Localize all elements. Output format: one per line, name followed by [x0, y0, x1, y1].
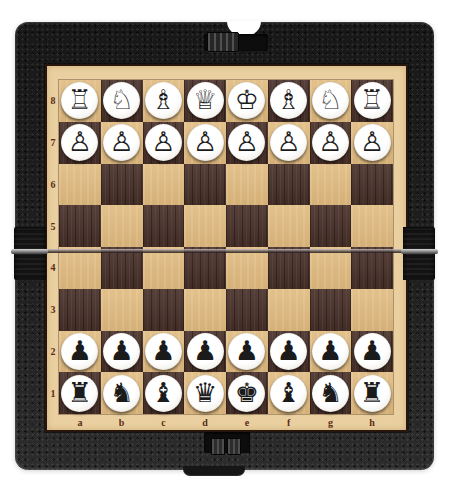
rank-label-4: 4 [47, 247, 59, 289]
square-a3[interactable] [59, 289, 101, 331]
square-h2[interactable]: ♟ [351, 331, 393, 373]
board-grid: ♖♘♗♕♔♗♘♖♙♙♙♙♙♙♙♙♟♟♟♟♟♟♟♟♜♞♝♛♚♝♞♜ [59, 80, 393, 414]
square-g2[interactable]: ♟ [310, 331, 352, 373]
piece-c1-black-bishop[interactable]: ♝ [145, 375, 182, 412]
square-c2[interactable]: ♟ [143, 331, 185, 373]
right-hinge-pin [401, 249, 438, 254]
square-c8[interactable]: ♗ [143, 80, 185, 122]
bottom-latch-tab [227, 438, 241, 455]
square-b5[interactable] [101, 205, 143, 247]
piece-g7-white-pawn[interactable]: ♙ [312, 124, 349, 161]
square-a7[interactable]: ♙ [59, 122, 101, 164]
piece-g8-white-knight[interactable]: ♘ [312, 82, 349, 119]
square-h8[interactable]: ♖ [351, 80, 393, 122]
black-pawn-glyph: ♟ [110, 337, 134, 364]
square-d4[interactable] [184, 247, 226, 289]
square-c3[interactable] [143, 289, 185, 331]
square-g5[interactable] [310, 205, 352, 247]
square-a5[interactable] [59, 205, 101, 247]
piece-a2-black-pawn[interactable]: ♟ [61, 333, 98, 370]
chess-board: 87654321 ♖♘♗♕♔♗♘♖♙♙♙♙♙♙♙♙♟♟♟♟♟♟♟♟♜♞♝♛♚♝♞… [45, 64, 408, 432]
file-label-a: a [59, 414, 101, 430]
black-rook-glyph: ♜ [68, 379, 92, 406]
square-f3[interactable] [268, 289, 310, 331]
square-d8[interactable]: ♕ [184, 80, 226, 122]
square-c7[interactable]: ♙ [143, 122, 185, 164]
piece-f2-black-pawn[interactable]: ♟ [270, 333, 307, 370]
black-pawn-glyph: ♟ [277, 337, 301, 364]
piece-d8-white-queen[interactable]: ♕ [187, 82, 224, 119]
square-f8[interactable]: ♗ [268, 80, 310, 122]
square-c5[interactable] [143, 205, 185, 247]
rank-label-8: 8 [47, 80, 59, 122]
square-d6[interactable] [184, 164, 226, 206]
white-pawn-glyph: ♙ [110, 128, 134, 155]
black-bishop-glyph: ♝ [151, 379, 175, 406]
white-pawn-glyph: ♙ [318, 128, 342, 155]
white-bishop-glyph: ♗ [277, 86, 301, 113]
rank-label-5: 5 [47, 205, 59, 247]
file-label-h: h [351, 414, 393, 430]
square-a8[interactable]: ♖ [59, 80, 101, 122]
square-e7[interactable]: ♙ [226, 122, 268, 164]
piece-e8-white-king[interactable]: ♔ [228, 82, 265, 119]
square-e3[interactable] [226, 289, 268, 331]
piece-c8-white-bishop[interactable]: ♗ [145, 82, 182, 119]
top-latch-clasp [207, 32, 239, 52]
square-b6[interactable] [101, 164, 143, 206]
square-c6[interactable] [143, 164, 185, 206]
black-pawn-glyph: ♟ [151, 337, 175, 364]
square-c4[interactable] [143, 247, 185, 289]
white-pawn-glyph: ♙ [277, 128, 301, 155]
square-f5[interactable] [268, 205, 310, 247]
square-d7[interactable]: ♙ [184, 122, 226, 164]
piece-a7-white-pawn[interactable]: ♙ [61, 124, 98, 161]
piece-a1-black-rook[interactable]: ♜ [61, 375, 98, 412]
board-layout: 87654321 ♖♘♗♕♔♗♘♖♙♙♙♙♙♙♙♙♟♟♟♟♟♟♟♟♜♞♝♛♚♝♞… [47, 66, 406, 430]
white-rook-glyph: ♖ [68, 86, 92, 113]
piece-a8-white-rook[interactable]: ♖ [61, 82, 98, 119]
file-label-e: e [226, 414, 268, 430]
square-a6[interactable] [59, 164, 101, 206]
black-pawn-glyph: ♟ [68, 337, 92, 364]
square-h4[interactable] [351, 247, 393, 289]
rank-labels: 87654321 [47, 80, 59, 414]
square-e8[interactable]: ♔ [226, 80, 268, 122]
square-h7[interactable]: ♙ [351, 122, 393, 164]
rank-label-3: 3 [47, 289, 59, 331]
square-g6[interactable] [310, 164, 352, 206]
square-d2[interactable]: ♟ [184, 331, 226, 373]
white-bishop-glyph: ♗ [151, 86, 175, 113]
square-b4[interactable] [101, 247, 143, 289]
file-label-b: b [101, 414, 143, 430]
left-hinge-pin [11, 249, 48, 254]
piece-f7-white-pawn[interactable]: ♙ [270, 124, 307, 161]
fold-hinge-line [44, 249, 409, 253]
white-pawn-glyph: ♙ [68, 128, 92, 155]
file-label-f: f [268, 414, 310, 430]
black-knight-glyph: ♞ [318, 379, 342, 406]
square-a1[interactable]: ♜ [59, 372, 101, 414]
piece-g1-black-knight[interactable]: ♞ [312, 375, 349, 412]
piece-c2-black-pawn[interactable]: ♟ [145, 333, 182, 370]
case-bottom-step [183, 466, 245, 476]
bottom-latch-tab [211, 438, 225, 455]
square-a2[interactable]: ♟ [59, 331, 101, 373]
piece-c7-white-pawn[interactable]: ♙ [145, 124, 182, 161]
piece-d7-white-pawn[interactable]: ♙ [187, 124, 224, 161]
piece-h2-black-pawn[interactable]: ♟ [354, 333, 391, 370]
black-bishop-glyph: ♝ [277, 379, 301, 406]
piece-b8-white-knight[interactable]: ♘ [103, 82, 140, 119]
square-d1[interactable]: ♛ [184, 372, 226, 414]
black-king-glyph: ♚ [235, 379, 259, 406]
square-a4[interactable] [59, 247, 101, 289]
file-label-g: g [310, 414, 352, 430]
square-f1[interactable]: ♝ [268, 372, 310, 414]
piece-b2-black-pawn[interactable]: ♟ [103, 333, 140, 370]
square-e5[interactable] [226, 205, 268, 247]
square-b7[interactable]: ♙ [101, 122, 143, 164]
square-e6[interactable] [226, 164, 268, 206]
piece-b7-white-pawn[interactable]: ♙ [103, 124, 140, 161]
file-labels: abcdefgh [59, 414, 393, 430]
white-pawn-glyph: ♙ [360, 128, 384, 155]
black-pawn-glyph: ♟ [318, 337, 342, 364]
white-rook-glyph: ♖ [360, 86, 384, 113]
piece-e1-black-king[interactable]: ♚ [228, 375, 265, 412]
square-d5[interactable] [184, 205, 226, 247]
square-b1[interactable]: ♞ [101, 372, 143, 414]
square-c1[interactable]: ♝ [143, 372, 185, 414]
rank-label-1: 1 [47, 372, 59, 414]
square-f4[interactable] [268, 247, 310, 289]
square-b2[interactable]: ♟ [101, 331, 143, 373]
square-e2[interactable]: ♟ [226, 331, 268, 373]
square-g4[interactable] [310, 247, 352, 289]
black-pawn-glyph: ♟ [360, 337, 384, 364]
white-queen-glyph: ♕ [193, 86, 217, 113]
square-g8[interactable]: ♘ [310, 80, 352, 122]
piece-d1-black-queen[interactable]: ♛ [187, 375, 224, 412]
white-knight-glyph: ♘ [110, 86, 134, 113]
piece-h7-white-pawn[interactable]: ♙ [354, 124, 391, 161]
file-label-d: d [184, 414, 226, 430]
white-pawn-glyph: ♙ [151, 128, 175, 155]
piece-h1-black-rook[interactable]: ♜ [354, 375, 391, 412]
square-b8[interactable]: ♘ [101, 80, 143, 122]
white-pawn-glyph: ♙ [193, 128, 217, 155]
rank-label-7: 7 [47, 122, 59, 164]
black-queen-glyph: ♛ [193, 379, 217, 406]
square-e4[interactable] [226, 247, 268, 289]
piece-d2-black-pawn[interactable]: ♟ [187, 333, 224, 370]
square-g7[interactable]: ♙ [310, 122, 352, 164]
square-e1[interactable]: ♚ [226, 372, 268, 414]
square-f6[interactable] [268, 164, 310, 206]
black-pawn-glyph: ♟ [235, 337, 259, 364]
square-h3[interactable] [351, 289, 393, 331]
square-h6[interactable] [351, 164, 393, 206]
piece-f8-white-bishop[interactable]: ♗ [270, 82, 307, 119]
rank-label-6: 6 [47, 164, 59, 206]
square-g1[interactable]: ♞ [310, 372, 352, 414]
rank-label-2: 2 [47, 331, 59, 373]
black-knight-glyph: ♞ [110, 379, 134, 406]
black-pawn-glyph: ♟ [193, 337, 217, 364]
white-knight-glyph: ♘ [318, 86, 342, 113]
square-g3[interactable] [310, 289, 352, 331]
product-photo: 87654321 ♖♘♗♕♔♗♘♖♙♙♙♙♙♙♙♙♟♟♟♟♟♟♟♟♜♞♝♛♚♝♞… [0, 0, 449, 500]
piece-e2-black-pawn[interactable]: ♟ [228, 333, 265, 370]
square-d3[interactable] [184, 289, 226, 331]
piece-e7-white-pawn[interactable]: ♙ [228, 124, 265, 161]
piece-g2-black-pawn[interactable]: ♟ [312, 333, 349, 370]
square-h1[interactable]: ♜ [351, 372, 393, 414]
piece-f1-black-bishop[interactable]: ♝ [270, 375, 307, 412]
piece-h8-white-rook[interactable]: ♖ [354, 82, 391, 119]
square-f2[interactable]: ♟ [268, 331, 310, 373]
square-f7[interactable]: ♙ [268, 122, 310, 164]
white-pawn-glyph: ♙ [235, 128, 259, 155]
black-rook-glyph: ♜ [360, 379, 384, 406]
white-king-glyph: ♔ [235, 86, 259, 113]
piece-b1-black-knight[interactable]: ♞ [103, 375, 140, 412]
file-label-c: c [143, 414, 185, 430]
square-b3[interactable] [101, 289, 143, 331]
square-h5[interactable] [351, 205, 393, 247]
